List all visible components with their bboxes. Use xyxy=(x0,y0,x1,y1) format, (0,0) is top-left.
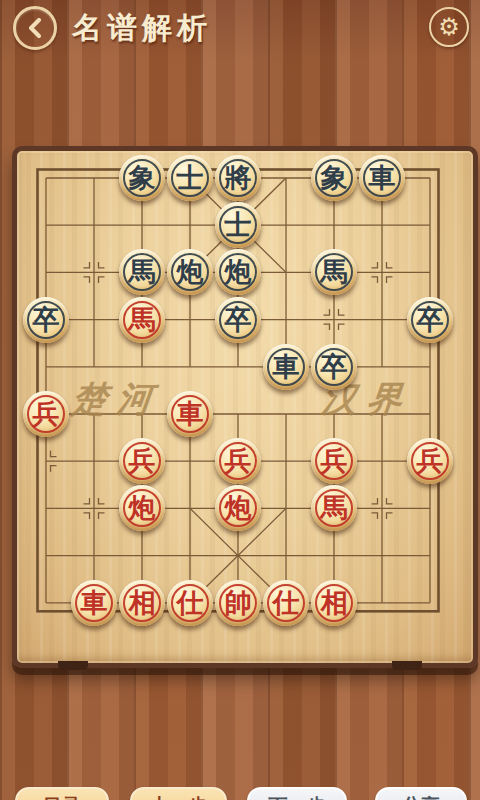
back-button[interactable] xyxy=(13,6,57,50)
piece-character: 車 xyxy=(359,155,405,201)
piece-black-卒[interactable]: 卒 xyxy=(311,344,357,390)
gear-icon: ⚙ xyxy=(438,15,460,39)
toolbar-button-4-label: 分享 xyxy=(402,793,440,800)
piece-black-象[interactable]: 象 xyxy=(311,155,357,201)
toolbar-button-1[interactable]: 目录 xyxy=(15,787,109,800)
chevron-left-icon xyxy=(27,18,43,38)
piece-character: 兵 xyxy=(215,438,261,484)
piece-character: 馬 xyxy=(311,249,357,295)
piece-character: 車 xyxy=(263,344,309,390)
piece-red-兵[interactable]: 兵 xyxy=(215,438,261,484)
piece-red-馬[interactable]: 馬 xyxy=(119,297,165,343)
piece-black-卒[interactable]: 卒 xyxy=(215,297,261,343)
piece-red-仕[interactable]: 仕 xyxy=(167,580,213,626)
piece-character: 仕 xyxy=(167,580,213,626)
piece-black-炮[interactable]: 炮 xyxy=(167,249,213,295)
toolbar-button-3-label: 下一步 xyxy=(269,793,326,800)
header: 名谱解析 ⚙ xyxy=(0,0,480,52)
piece-red-兵[interactable]: 兵 xyxy=(23,391,69,437)
piece-character: 兵 xyxy=(311,438,357,484)
piece-character: 士 xyxy=(215,202,261,248)
piece-black-車[interactable]: 車 xyxy=(359,155,405,201)
piece-red-相[interactable]: 相 xyxy=(119,580,165,626)
piece-red-相[interactable]: 相 xyxy=(311,580,357,626)
piece-black-士[interactable]: 士 xyxy=(215,202,261,248)
piece-character: 車 xyxy=(167,391,213,437)
piece-character: 車 xyxy=(71,580,117,626)
piece-red-馬[interactable]: 馬 xyxy=(311,485,357,531)
piece-red-帥[interactable]: 帥 xyxy=(215,580,261,626)
settings-button[interactable]: ⚙ xyxy=(429,7,469,47)
river-label-left: 楚河 xyxy=(70,376,165,423)
piece-red-兵[interactable]: 兵 xyxy=(407,438,453,484)
piece-red-仕[interactable]: 仕 xyxy=(263,580,309,626)
piece-character: 相 xyxy=(119,580,165,626)
piece-black-車[interactable]: 車 xyxy=(263,344,309,390)
piece-character: 馬 xyxy=(311,485,357,531)
piece-character: 象 xyxy=(119,155,165,201)
piece-red-炮[interactable]: 炮 xyxy=(119,485,165,531)
piece-character: 卒 xyxy=(407,297,453,343)
page-title: 名谱解析 xyxy=(72,8,212,49)
piece-character: 卒 xyxy=(311,344,357,390)
piece-character: 將 xyxy=(215,155,261,201)
board-foot-right xyxy=(392,661,422,670)
piece-character: 帥 xyxy=(215,580,261,626)
toolbar-button-2[interactable]: 上一步 xyxy=(130,787,227,800)
piece-character: 兵 xyxy=(23,391,69,437)
piece-character: 象 xyxy=(311,155,357,201)
toolbar-button-3[interactable]: 下一步 xyxy=(247,787,347,800)
piece-character: 炮 xyxy=(215,249,261,295)
screen: 楚河 汉界 象士將象車士馬炮炮馬卒馬卒卒車卒兵車兵兵兵兵炮炮馬車相仕帥仕相 名谱… xyxy=(0,0,480,800)
piece-black-馬[interactable]: 馬 xyxy=(119,249,165,295)
piece-character: 炮 xyxy=(167,249,213,295)
piece-black-炮[interactable]: 炮 xyxy=(215,249,261,295)
piece-black-卒[interactable]: 卒 xyxy=(407,297,453,343)
piece-black-將[interactable]: 將 xyxy=(215,155,261,201)
piece-character: 炮 xyxy=(119,485,165,531)
toolbar-button-4[interactable]: 分享 xyxy=(375,787,467,800)
piece-red-炮[interactable]: 炮 xyxy=(215,485,261,531)
piece-black-卒[interactable]: 卒 xyxy=(23,297,69,343)
piece-character: 相 xyxy=(311,580,357,626)
piece-black-象[interactable]: 象 xyxy=(119,155,165,201)
piece-black-馬[interactable]: 馬 xyxy=(311,249,357,295)
piece-character: 炮 xyxy=(215,485,261,531)
piece-character: 馬 xyxy=(119,249,165,295)
piece-character: 馬 xyxy=(119,297,165,343)
piece-character: 仕 xyxy=(263,580,309,626)
piece-red-車[interactable]: 車 xyxy=(167,391,213,437)
piece-black-士[interactable]: 士 xyxy=(167,155,213,201)
board-foot-left xyxy=(58,661,88,670)
toolbar-button-2-label: 上一步 xyxy=(150,793,207,800)
piece-character: 士 xyxy=(167,155,213,201)
piece-red-兵[interactable]: 兵 xyxy=(311,438,357,484)
toolbar-button-1-label: 目录 xyxy=(43,793,81,800)
piece-character: 卒 xyxy=(215,297,261,343)
piece-character: 兵 xyxy=(119,438,165,484)
piece-character: 卒 xyxy=(23,297,69,343)
piece-red-兵[interactable]: 兵 xyxy=(119,438,165,484)
piece-character: 兵 xyxy=(407,438,453,484)
piece-red-車[interactable]: 車 xyxy=(71,580,117,626)
